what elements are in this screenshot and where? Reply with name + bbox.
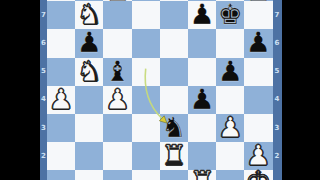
rank-label-5-left: 5 xyxy=(40,68,47,75)
square-e2[interactable]: ♜ xyxy=(160,142,188,170)
rank-label-3-right: 3 xyxy=(272,125,282,132)
square-d1[interactable] xyxy=(132,170,160,180)
rank-label-4-left: 4 xyxy=(40,96,47,103)
piece-black-king-g7[interactable]: ♚ xyxy=(216,1,244,29)
square-a7[interactable] xyxy=(47,1,75,29)
square-c2[interactable] xyxy=(103,142,131,170)
square-g5[interactable]: ♟ xyxy=(216,58,244,86)
chess-video-frame: 765432 765432 ♜♜♞♟♚♟♟♞♝♟♟♟♟♞♟♜♟♜♚ xyxy=(0,0,320,180)
square-b4[interactable] xyxy=(75,86,103,114)
piece-white-king-h1[interactable]: ♚ xyxy=(244,168,272,180)
rank-label-5-right: 5 xyxy=(272,68,282,75)
square-c4[interactable]: ♟ xyxy=(103,86,131,114)
square-f6[interactable] xyxy=(188,29,216,57)
square-h5[interactable] xyxy=(244,58,272,86)
rank-label-4-right: 4 xyxy=(272,96,282,103)
piece-white-pawn-c4[interactable]: ♟ xyxy=(103,86,131,114)
square-h6[interactable]: ♟ xyxy=(244,29,272,57)
square-a2[interactable] xyxy=(47,142,75,170)
square-a6[interactable] xyxy=(47,29,75,57)
square-a3[interactable] xyxy=(47,114,75,142)
piece-white-pawn-a4[interactable]: ♟ xyxy=(47,86,75,114)
square-d7[interactable] xyxy=(132,1,160,29)
rank-label-2-left: 2 xyxy=(40,153,47,160)
square-g4[interactable] xyxy=(216,86,244,114)
square-f1[interactable]: ♜ xyxy=(188,170,216,180)
square-b2[interactable] xyxy=(75,142,103,170)
square-d4[interactable] xyxy=(132,86,160,114)
square-a5[interactable] xyxy=(47,58,75,86)
rank-coordinate-strip-left: 765432 xyxy=(40,0,47,180)
piece-white-knight-b7[interactable]: ♞ xyxy=(75,1,103,29)
square-e7[interactable] xyxy=(160,1,188,29)
square-e6[interactable] xyxy=(160,29,188,57)
square-a4[interactable]: ♟ xyxy=(47,86,75,114)
rank-label-2-right: 2 xyxy=(272,153,282,160)
square-d5[interactable] xyxy=(132,58,160,86)
square-g1[interactable] xyxy=(216,170,244,180)
square-c3[interactable] xyxy=(103,114,131,142)
square-e5[interactable] xyxy=(160,58,188,86)
square-g2[interactable] xyxy=(216,142,244,170)
rank-label-7-left: 7 xyxy=(40,12,47,19)
square-f4[interactable]: ♟ xyxy=(188,86,216,114)
square-b5[interactable]: ♞ xyxy=(75,58,103,86)
piece-black-bishop-c5[interactable]: ♝ xyxy=(103,58,131,86)
square-e4[interactable] xyxy=(160,86,188,114)
piece-black-pawn-f4[interactable]: ♟ xyxy=(188,86,216,114)
piece-white-rook-e2[interactable]: ♜ xyxy=(160,142,188,170)
rank-label-6-right: 6 xyxy=(272,40,282,47)
square-g3[interactable]: ♟ xyxy=(216,114,244,142)
piece-white-knight-b5[interactable]: ♞ xyxy=(75,58,103,86)
square-h1[interactable]: ♚ xyxy=(244,170,272,180)
square-e1[interactable] xyxy=(160,170,188,180)
square-h7[interactable] xyxy=(244,1,272,29)
square-f7[interactable]: ♟ xyxy=(188,1,216,29)
chess-board: ♜♜♞♟♚♟♟♞♝♟♟♟♟♞♟♜♟♜♚ xyxy=(47,0,273,180)
square-d2[interactable] xyxy=(132,142,160,170)
square-a1[interactable] xyxy=(47,170,75,180)
rank-label-6-left: 6 xyxy=(40,40,47,47)
square-b7[interactable]: ♞ xyxy=(75,1,103,29)
square-c1[interactable] xyxy=(103,170,131,180)
square-b3[interactable] xyxy=(75,114,103,142)
square-c5[interactable]: ♝ xyxy=(103,58,131,86)
rank-label-7-right: 7 xyxy=(272,12,282,19)
piece-black-pawn-h6[interactable]: ♟ xyxy=(244,29,272,57)
square-c7[interactable] xyxy=(103,1,131,29)
square-f5[interactable] xyxy=(188,58,216,86)
square-b1[interactable] xyxy=(75,170,103,180)
square-g6[interactable] xyxy=(216,29,244,57)
piece-black-pawn-f7[interactable]: ♟ xyxy=(188,1,216,29)
square-d6[interactable] xyxy=(132,29,160,57)
piece-black-pawn-g5[interactable]: ♟ xyxy=(216,58,244,86)
piece-white-pawn-g3[interactable]: ♟ xyxy=(216,114,244,142)
rank-coordinate-strip-right: 765432 xyxy=(272,0,282,180)
square-h3[interactable] xyxy=(244,114,272,142)
square-e3[interactable]: ♞ xyxy=(160,114,188,142)
square-d3[interactable] xyxy=(132,114,160,142)
square-f3[interactable] xyxy=(188,114,216,142)
square-g7[interactable]: ♚ xyxy=(216,1,244,29)
piece-black-knight-e3[interactable]: ♞ xyxy=(160,114,188,142)
square-c6[interactable] xyxy=(103,29,131,57)
square-h4[interactable] xyxy=(244,86,272,114)
piece-black-pawn-b6[interactable]: ♟ xyxy=(75,29,103,57)
piece-white-rook-f1[interactable]: ♜ xyxy=(188,168,216,180)
rank-label-3-left: 3 xyxy=(40,125,47,132)
square-b6[interactable]: ♟ xyxy=(75,29,103,57)
